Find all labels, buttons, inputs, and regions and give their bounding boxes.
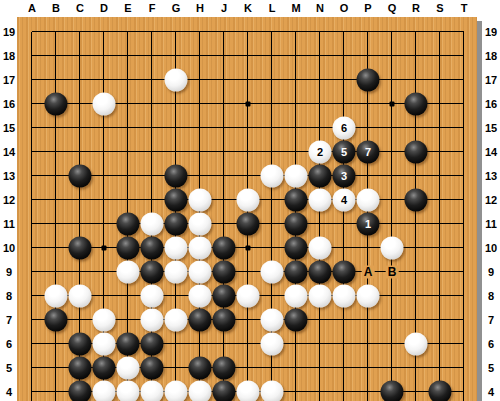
grid-cell-O14[interactable]: 5: [332, 140, 356, 164]
grid-cell-G8[interactable]: [164, 284, 188, 308]
white-stone-N10[interactable]: [309, 237, 332, 260]
white-stone-E9[interactable]: [117, 261, 140, 284]
grid-cell-E16[interactable]: [116, 92, 140, 116]
black-stone-P14[interactable]: 7: [357, 141, 380, 164]
grid-cell-C16[interactable]: [68, 92, 92, 116]
grid-cell-T13[interactable]: [452, 164, 476, 188]
grid-cell-H11[interactable]: [188, 212, 212, 236]
white-stone-D7[interactable]: [93, 309, 116, 332]
black-stone-K11[interactable]: [237, 213, 260, 236]
grid-cell-C17[interactable]: [68, 68, 92, 92]
grid-cell-N6[interactable]: [308, 332, 332, 356]
grid-cell-M5[interactable]: [284, 356, 308, 380]
grid-cell-E17[interactable]: [116, 68, 140, 92]
grid-cell-F18[interactable]: [140, 44, 164, 68]
grid-cell-F4[interactable]: [140, 380, 164, 401]
grid-cell-Q5[interactable]: [380, 356, 404, 380]
white-stone-H8[interactable]: [189, 285, 212, 308]
grid-cell-L9[interactable]: [260, 260, 284, 284]
grid-cell-J15[interactable]: [212, 116, 236, 140]
grid-cell-Q16[interactable]: [380, 92, 404, 116]
grid-cell-M19[interactable]: [284, 20, 308, 44]
grid-cell-P9[interactable]: A: [356, 260, 380, 284]
grid-cell-F6[interactable]: [140, 332, 164, 356]
black-stone-P11[interactable]: 1: [357, 213, 380, 236]
black-stone-M9[interactable]: [285, 261, 308, 284]
grid-cell-J4[interactable]: [212, 380, 236, 401]
grid-cell-D12[interactable]: [92, 188, 116, 212]
grid-cell-Q11[interactable]: [380, 212, 404, 236]
black-stone-C4[interactable]: [69, 381, 92, 401]
grid-cell-G18[interactable]: [164, 44, 188, 68]
grid-cell-Q6[interactable]: [380, 332, 404, 356]
grid-cell-E6[interactable]: [116, 332, 140, 356]
grid-cell-S18[interactable]: [428, 44, 452, 68]
grid-cell-O5[interactable]: [332, 356, 356, 380]
grid-cell-B4[interactable]: [44, 380, 68, 401]
grid-cell-L5[interactable]: [260, 356, 284, 380]
grid-cell-E10[interactable]: [116, 236, 140, 260]
grid-cell-O9[interactable]: [332, 260, 356, 284]
white-stone-O12[interactable]: 4: [333, 189, 356, 212]
grid-cell-M12[interactable]: [284, 188, 308, 212]
grid-cell-P4[interactable]: [356, 380, 380, 401]
grid-cell-N11[interactable]: [308, 212, 332, 236]
grid-cell-M15[interactable]: [284, 116, 308, 140]
grid-cell-C15[interactable]: [68, 116, 92, 140]
grid-cell-B18[interactable]: [44, 44, 68, 68]
grid-cell-O19[interactable]: [332, 20, 356, 44]
grid-cell-S11[interactable]: [428, 212, 452, 236]
grid-cell-N7[interactable]: [308, 308, 332, 332]
grid-cell-R19[interactable]: [404, 20, 428, 44]
grid-cell-P12[interactable]: [356, 188, 380, 212]
grid-cell-A16[interactable]: [20, 92, 44, 116]
grid-cell-E7[interactable]: [116, 308, 140, 332]
grid-cell-F15[interactable]: [140, 116, 164, 140]
white-stone-G4[interactable]: [165, 381, 188, 401]
black-stone-F5[interactable]: [141, 357, 164, 380]
grid-cell-T14[interactable]: [452, 140, 476, 164]
white-stone-F8[interactable]: [141, 285, 164, 308]
grid-cell-C9[interactable]: [68, 260, 92, 284]
grid-cell-K12[interactable]: [236, 188, 260, 212]
grid-cell-C18[interactable]: [68, 44, 92, 68]
grid-cell-C6[interactable]: [68, 332, 92, 356]
grid-cell-M4[interactable]: [284, 380, 308, 401]
grid-cell-L14[interactable]: [260, 140, 284, 164]
grid-cell-T10[interactable]: [452, 236, 476, 260]
grid-cell-N13[interactable]: [308, 164, 332, 188]
black-stone-B7[interactable]: [45, 309, 68, 332]
grid-cell-P18[interactable]: [356, 44, 380, 68]
grid-cell-C11[interactable]: [68, 212, 92, 236]
black-stone-O13[interactable]: 3: [333, 165, 356, 188]
grid-cell-F5[interactable]: [140, 356, 164, 380]
black-stone-C6[interactable]: [69, 333, 92, 356]
grid-cell-D5[interactable]: [92, 356, 116, 380]
grid-cell-L10[interactable]: [260, 236, 284, 260]
grid-cell-C13[interactable]: [68, 164, 92, 188]
white-stone-N8[interactable]: [309, 285, 332, 308]
grid-cell-H12[interactable]: [188, 188, 212, 212]
grid-cell-T4[interactable]: [452, 380, 476, 401]
grid-cell-A13[interactable]: [20, 164, 44, 188]
grid-cell-G13[interactable]: [164, 164, 188, 188]
grid-cell-S9[interactable]: [428, 260, 452, 284]
grid-cell-G17[interactable]: [164, 68, 188, 92]
grid-cell-O8[interactable]: [332, 284, 356, 308]
grid-cell-P19[interactable]: [356, 20, 380, 44]
white-stone-L6[interactable]: [261, 333, 284, 356]
grid-cell-C10[interactable]: [68, 236, 92, 260]
grid-cell-D13[interactable]: [92, 164, 116, 188]
black-stone-E11[interactable]: [117, 213, 140, 236]
white-stone-G9[interactable]: [165, 261, 188, 284]
grid-cell-S16[interactable]: [428, 92, 452, 116]
grid-cell-J9[interactable]: [212, 260, 236, 284]
grid-cell-K13[interactable]: [236, 164, 260, 188]
grid-cell-N8[interactable]: [308, 284, 332, 308]
grid-cell-H18[interactable]: [188, 44, 212, 68]
grid-cell-D16[interactable]: [92, 92, 116, 116]
black-stone-Q4[interactable]: [381, 381, 404, 401]
grid-cell-O4[interactable]: [332, 380, 356, 401]
grid-cell-T9[interactable]: [452, 260, 476, 284]
grid-cell-F19[interactable]: [140, 20, 164, 44]
black-stone-N13[interactable]: [309, 165, 332, 188]
grid-cell-O13[interactable]: 3: [332, 164, 356, 188]
grid-cell-S10[interactable]: [428, 236, 452, 260]
grid-cell-B7[interactable]: [44, 308, 68, 332]
grid-cell-G10[interactable]: [164, 236, 188, 260]
white-stone-F7[interactable]: [141, 309, 164, 332]
grid-cell-P8[interactable]: [356, 284, 380, 308]
white-stone-C8[interactable]: [69, 285, 92, 308]
grid-cell-N5[interactable]: [308, 356, 332, 380]
grid-cell-A15[interactable]: [20, 116, 44, 140]
grid-cell-Q14[interactable]: [380, 140, 404, 164]
grid-cell-S7[interactable]: [428, 308, 452, 332]
white-stone-O8[interactable]: [333, 285, 356, 308]
grid-cell-R10[interactable]: [404, 236, 428, 260]
grid-cell-F7[interactable]: [140, 308, 164, 332]
grid-cell-M16[interactable]: [284, 92, 308, 116]
grid-cell-A6[interactable]: [20, 332, 44, 356]
grid-cell-Q13[interactable]: [380, 164, 404, 188]
grid-cell-K10[interactable]: [236, 236, 260, 260]
black-stone-H7[interactable]: [189, 309, 212, 332]
white-stone-L7[interactable]: [261, 309, 284, 332]
grid-cell-P15[interactable]: [356, 116, 380, 140]
white-stone-R6[interactable]: [405, 333, 428, 356]
grid-cell-E11[interactable]: [116, 212, 140, 236]
grid-cell-S12[interactable]: [428, 188, 452, 212]
grid-cell-G6[interactable]: [164, 332, 188, 356]
grid-cell-N9[interactable]: [308, 260, 332, 284]
black-stone-E10[interactable]: [117, 237, 140, 260]
grid-cell-L15[interactable]: [260, 116, 284, 140]
grid-cell-B12[interactable]: [44, 188, 68, 212]
grid-cell-B17[interactable]: [44, 68, 68, 92]
grid-cell-O15[interactable]: 6: [332, 116, 356, 140]
grid-cell-P6[interactable]: [356, 332, 380, 356]
grid-cell-E14[interactable]: [116, 140, 140, 164]
grid-cell-J13[interactable]: [212, 164, 236, 188]
white-stone-M8[interactable]: [285, 285, 308, 308]
grid-cell-D14[interactable]: [92, 140, 116, 164]
grid-cell-S4[interactable]: [428, 380, 452, 401]
grid-cell-J8[interactable]: [212, 284, 236, 308]
white-stone-F4[interactable]: [141, 381, 164, 401]
grid-cell-F17[interactable]: [140, 68, 164, 92]
grid-cell-Q4[interactable]: [380, 380, 404, 401]
black-stone-P17[interactable]: [357, 69, 380, 92]
grid-cell-R12[interactable]: [404, 188, 428, 212]
grid-cell-J19[interactable]: [212, 20, 236, 44]
grid-cell-J16[interactable]: [212, 92, 236, 116]
grid-cell-A11[interactable]: [20, 212, 44, 236]
black-stone-C10[interactable]: [69, 237, 92, 260]
grid-cell-N4[interactable]: [308, 380, 332, 401]
grid-cell-R13[interactable]: [404, 164, 428, 188]
grid-cell-L16[interactable]: [260, 92, 284, 116]
grid-cell-T12[interactable]: [452, 188, 476, 212]
white-stone-K8[interactable]: [237, 285, 260, 308]
grid-cell-L8[interactable]: [260, 284, 284, 308]
white-stone-E4[interactable]: [117, 381, 140, 401]
grid-cell-G16[interactable]: [164, 92, 188, 116]
grid-cell-T7[interactable]: [452, 308, 476, 332]
white-stone-G17[interactable]: [165, 69, 188, 92]
grid-cell-A4[interactable]: [20, 380, 44, 401]
grid-cell-M6[interactable]: [284, 332, 308, 356]
grid-cell-E8[interactable]: [116, 284, 140, 308]
grid-cell-C4[interactable]: [68, 380, 92, 401]
grid-cell-C5[interactable]: [68, 356, 92, 380]
grid-cell-N12[interactable]: [308, 188, 332, 212]
grid-cell-S14[interactable]: [428, 140, 452, 164]
black-stone-F9[interactable]: [141, 261, 164, 284]
grid-cell-A17[interactable]: [20, 68, 44, 92]
grid-cell-O17[interactable]: [332, 68, 356, 92]
grid-cell-B10[interactable]: [44, 236, 68, 260]
grid-cell-A12[interactable]: [20, 188, 44, 212]
black-stone-R14[interactable]: [405, 141, 428, 164]
white-stone-G7[interactable]: [165, 309, 188, 332]
grid-cell-G12[interactable]: [164, 188, 188, 212]
grid-cell-G11[interactable]: [164, 212, 188, 236]
grid-cell-O11[interactable]: [332, 212, 356, 236]
white-stone-D4[interactable]: [93, 381, 116, 401]
grid-cell-R14[interactable]: [404, 140, 428, 164]
grid-cell-S13[interactable]: [428, 164, 452, 188]
black-stone-E6[interactable]: [117, 333, 140, 356]
grid-cell-D17[interactable]: [92, 68, 116, 92]
grid-cell-Q17[interactable]: [380, 68, 404, 92]
grid-cell-O16[interactable]: [332, 92, 356, 116]
grid-cell-F10[interactable]: [140, 236, 164, 260]
grid-cell-S17[interactable]: [428, 68, 452, 92]
grid-cell-N15[interactable]: [308, 116, 332, 140]
grid-cell-E12[interactable]: [116, 188, 140, 212]
grid-cell-N19[interactable]: [308, 20, 332, 44]
grid-cell-J18[interactable]: [212, 44, 236, 68]
grid-cell-B16[interactable]: [44, 92, 68, 116]
grid-cell-A18[interactable]: [20, 44, 44, 68]
grid-cell-M7[interactable]: [284, 308, 308, 332]
grid-cell-S15[interactable]: [428, 116, 452, 140]
grid-cell-T17[interactable]: [452, 68, 476, 92]
grid-cell-G7[interactable]: [164, 308, 188, 332]
white-stone-H11[interactable]: [189, 213, 212, 236]
grid-cell-S19[interactable]: [428, 20, 452, 44]
grid-cell-K7[interactable]: [236, 308, 260, 332]
white-stone-B8[interactable]: [45, 285, 68, 308]
grid-cell-H17[interactable]: [188, 68, 212, 92]
white-stone-K4[interactable]: [237, 381, 260, 401]
grid-cell-B11[interactable]: [44, 212, 68, 236]
grid-cell-N18[interactable]: [308, 44, 332, 68]
grid-cell-H13[interactable]: [188, 164, 212, 188]
white-stone-D6[interactable]: [93, 333, 116, 356]
grid-cell-G15[interactable]: [164, 116, 188, 140]
grid-cell-R6[interactable]: [404, 332, 428, 356]
grid-cell-J11[interactable]: [212, 212, 236, 236]
grid-cell-Q15[interactable]: [380, 116, 404, 140]
grid-cell-G19[interactable]: [164, 20, 188, 44]
white-stone-N14[interactable]: 2: [309, 141, 332, 164]
black-stone-B16[interactable]: [45, 93, 68, 116]
grid-cell-B19[interactable]: [44, 20, 68, 44]
grid-cell-H15[interactable]: [188, 116, 212, 140]
grid-cell-N10[interactable]: [308, 236, 332, 260]
grid-cell-C19[interactable]: [68, 20, 92, 44]
white-stone-G10[interactable]: [165, 237, 188, 260]
grid-cell-A10[interactable]: [20, 236, 44, 260]
grid-cell-H7[interactable]: [188, 308, 212, 332]
grid-cell-G4[interactable]: [164, 380, 188, 401]
grid-cell-K19[interactable]: [236, 20, 260, 44]
grid-cell-J7[interactable]: [212, 308, 236, 332]
grid-cell-T18[interactable]: [452, 44, 476, 68]
grid-cell-B9[interactable]: [44, 260, 68, 284]
grid-cell-P7[interactable]: [356, 308, 380, 332]
grid-cell-T8[interactable]: [452, 284, 476, 308]
white-stone-H12[interactable]: [189, 189, 212, 212]
white-stone-L4[interactable]: [261, 381, 284, 401]
grid-cell-R5[interactable]: [404, 356, 428, 380]
black-stone-J10[interactable]: [213, 237, 236, 260]
grid-cell-E9[interactable]: [116, 260, 140, 284]
grid-cell-O7[interactable]: [332, 308, 356, 332]
grid-cell-P13[interactable]: [356, 164, 380, 188]
grid-cell-D6[interactable]: [92, 332, 116, 356]
grid-cell-H4[interactable]: [188, 380, 212, 401]
grid-cell-P11[interactable]: 1: [356, 212, 380, 236]
grid-cell-H5[interactable]: [188, 356, 212, 380]
grid-cell-O18[interactable]: [332, 44, 356, 68]
grid-cell-K18[interactable]: [236, 44, 260, 68]
grid-cell-D18[interactable]: [92, 44, 116, 68]
grid-cell-K14[interactable]: [236, 140, 260, 164]
grid-cell-K15[interactable]: [236, 116, 260, 140]
grid-cell-J5[interactable]: [212, 356, 236, 380]
grid-cell-N17[interactable]: [308, 68, 332, 92]
grid-cell-O12[interactable]: 4: [332, 188, 356, 212]
grid-cell-T6[interactable]: [452, 332, 476, 356]
grid-cell-R9[interactable]: [404, 260, 428, 284]
grid-cell-B13[interactable]: [44, 164, 68, 188]
grid-cell-L4[interactable]: [260, 380, 284, 401]
black-stone-J7[interactable]: [213, 309, 236, 332]
grid-cell-K6[interactable]: [236, 332, 260, 356]
grid-cell-Q9[interactable]: B: [380, 260, 404, 284]
grid-cell-Q18[interactable]: [380, 44, 404, 68]
grid-cell-E13[interactable]: [116, 164, 140, 188]
grid-cell-R8[interactable]: [404, 284, 428, 308]
grid-cell-S6[interactable]: [428, 332, 452, 356]
black-stone-G13[interactable]: [165, 165, 188, 188]
grid-cell-L6[interactable]: [260, 332, 284, 356]
grid-cell-N14[interactable]: 2: [308, 140, 332, 164]
grid-cell-F11[interactable]: [140, 212, 164, 236]
grid-cell-F8[interactable]: [140, 284, 164, 308]
grid-cell-A7[interactable]: [20, 308, 44, 332]
grid-cell-R15[interactable]: [404, 116, 428, 140]
white-stone-D16[interactable]: [93, 93, 116, 116]
white-stone-E5[interactable]: [117, 357, 140, 380]
grid-cell-H10[interactable]: [188, 236, 212, 260]
black-stone-J8[interactable]: [213, 285, 236, 308]
white-stone-F11[interactable]: [141, 213, 164, 236]
grid-cell-H8[interactable]: [188, 284, 212, 308]
grid-cell-B6[interactable]: [44, 332, 68, 356]
grid-cell-Q10[interactable]: [380, 236, 404, 260]
white-stone-H4[interactable]: [189, 381, 212, 401]
grid-cell-S8[interactable]: [428, 284, 452, 308]
grid-cell-A14[interactable]: [20, 140, 44, 164]
black-stone-M10[interactable]: [285, 237, 308, 260]
grid-cell-C14[interactable]: [68, 140, 92, 164]
black-stone-C13[interactable]: [69, 165, 92, 188]
black-stone-C5[interactable]: [69, 357, 92, 380]
grid-cell-P16[interactable]: [356, 92, 380, 116]
grid-cell-F14[interactable]: [140, 140, 164, 164]
grid-cell-R4[interactable]: [404, 380, 428, 401]
white-stone-M13[interactable]: [285, 165, 308, 188]
black-stone-R16[interactable]: [405, 93, 428, 116]
grid-cell-Q8[interactable]: [380, 284, 404, 308]
black-stone-O14[interactable]: 5: [333, 141, 356, 164]
grid-cell-B14[interactable]: [44, 140, 68, 164]
grid-cell-R18[interactable]: [404, 44, 428, 68]
grid-cell-T5[interactable]: [452, 356, 476, 380]
grid-cell-M9[interactable]: [284, 260, 308, 284]
grid-cell-R11[interactable]: [404, 212, 428, 236]
grid-cell-N16[interactable]: [308, 92, 332, 116]
grid-cell-C8[interactable]: [68, 284, 92, 308]
grid-cell-Q7[interactable]: [380, 308, 404, 332]
grid-cell-F16[interactable]: [140, 92, 164, 116]
grid-cell-G9[interactable]: [164, 260, 188, 284]
grid-cell-L19[interactable]: [260, 20, 284, 44]
grid-cell-M8[interactable]: [284, 284, 308, 308]
white-stone-P12[interactable]: [357, 189, 380, 212]
white-stone-N12[interactable]: [309, 189, 332, 212]
grid-cell-B8[interactable]: [44, 284, 68, 308]
grid-cell-L11[interactable]: [260, 212, 284, 236]
